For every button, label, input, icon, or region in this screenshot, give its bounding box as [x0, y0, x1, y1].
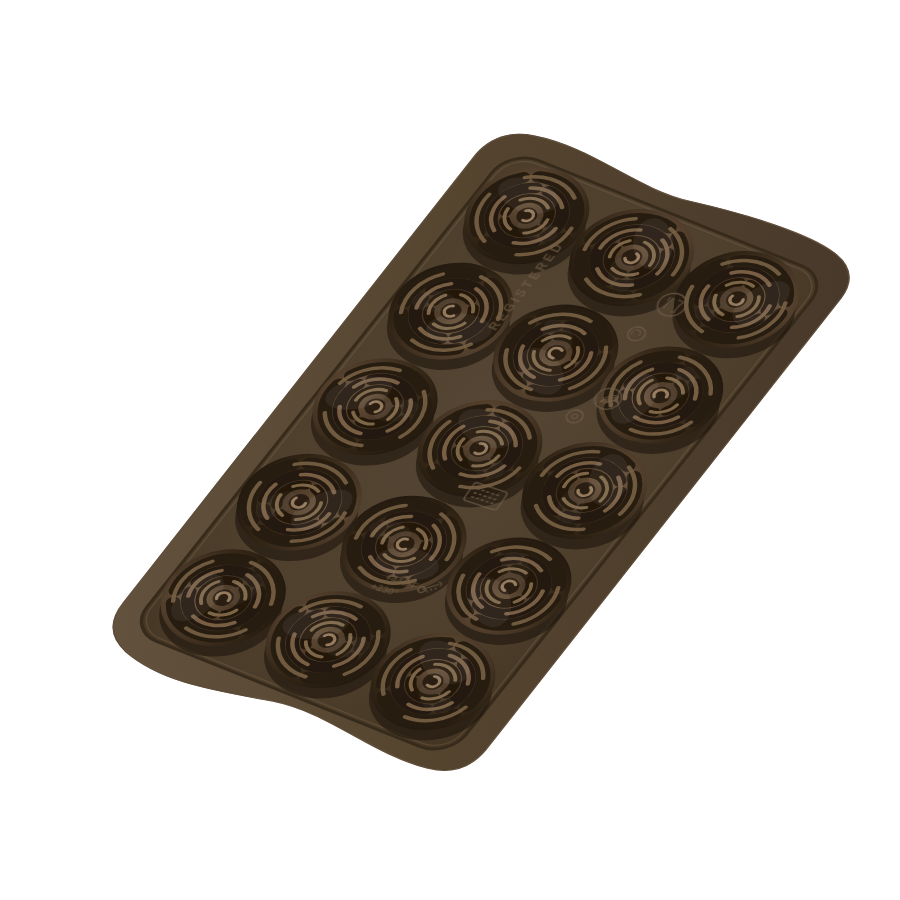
mold-tray-graphic: REGISTERED — [80, 110, 880, 795]
mold-tray: REGISTERED — [80, 110, 880, 795]
product-photo: REGISTERED — [0, 0, 900, 900]
